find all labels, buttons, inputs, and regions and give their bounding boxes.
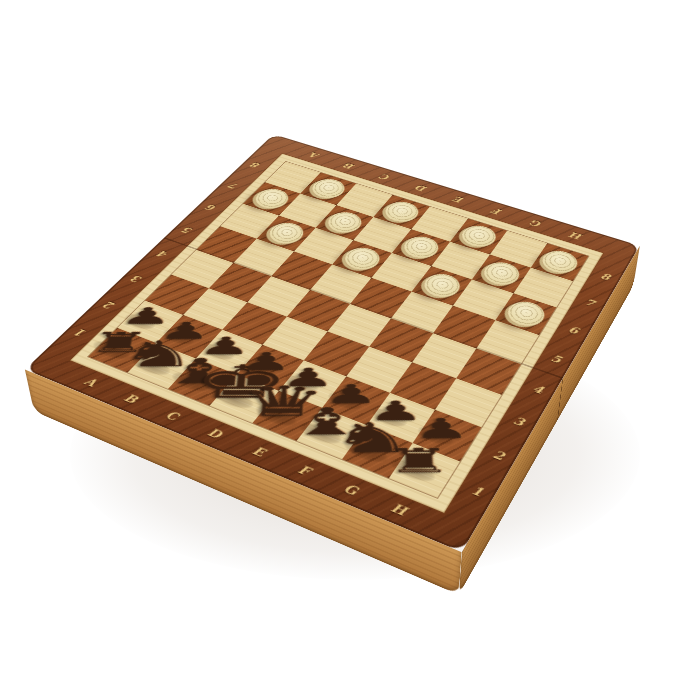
square-h5 [476, 320, 539, 364]
game-board: AABBCCDDEEFFGGHH1122334455667788 ♜♞♝♚♛♝♞… [25, 134, 640, 552]
square-g1 [342, 425, 413, 478]
piece-shadow-d1 [209, 385, 258, 413]
square-g3 [390, 362, 456, 410]
square-f3 [346, 347, 412, 393]
piece-shadow-h2 [414, 422, 457, 448]
chess-pawn-g2: ♟ [368, 398, 424, 425]
chess-pawn-c2: ♟ [197, 334, 252, 358]
chess-rook-h1: ♜ [386, 444, 453, 477]
chess-king-d1: ♚ [190, 359, 291, 405]
piece-shadow-h1 [386, 454, 439, 485]
chess-pawn-f2: ♟ [324, 381, 379, 407]
board-face: AABBCCDDEEFFGGHH1122334455667788 ♜♞♝♚♛♝♞… [25, 134, 640, 552]
square-b1 [128, 343, 196, 389]
square-e1 [252, 391, 322, 441]
piece-shadow-b1 [127, 353, 175, 379]
square-d3 [262, 317, 327, 361]
chess-queen-e1: ♛ [238, 381, 327, 423]
piece-shadow-e1 [251, 401, 301, 430]
square-d1 [210, 374, 279, 423]
box-fold-seam [557, 378, 563, 421]
square-e2 [279, 360, 346, 407]
square-h4 [456, 349, 521, 395]
square-e3 [304, 331, 369, 376]
piece-shadow-g1 [340, 436, 392, 466]
product-photo: AABBCCDDEEFFGGHH1122334455667788 ♜♞♝♚♛♝♞… [0, 0, 700, 700]
chess-bishop-f1: ♝ [288, 403, 365, 440]
square-g4 [412, 333, 476, 378]
square-c3 [222, 302, 287, 345]
square-g2 [367, 393, 435, 443]
chess-pawn-h2: ♟ [413, 415, 471, 443]
square-c1 [168, 359, 237, 406]
piece-shadow-f1 [295, 419, 346, 448]
chess-knight-g1: ♞ [330, 417, 414, 458]
square-g5 [433, 306, 495, 349]
scene: AABBCCDDEEFFGGHH1122334455667788 ♜♞♝♚♛♝♞… [0, 0, 700, 700]
square-h2 [413, 410, 482, 462]
square-h3 [435, 378, 502, 427]
square-f1 [297, 408, 367, 460]
square-h1 [389, 443, 460, 498]
piece-shadow-e2 [281, 372, 322, 396]
piece-shadow-c1 [167, 368, 215, 395]
piece-shadow-f2 [324, 388, 366, 413]
square-f2 [322, 376, 390, 425]
square-d2 [237, 345, 304, 391]
piece-shadow-g2 [368, 405, 411, 431]
square-e4 [327, 304, 390, 347]
chess-pawn-e2: ♟ [280, 365, 335, 390]
square-f4 [369, 318, 433, 362]
